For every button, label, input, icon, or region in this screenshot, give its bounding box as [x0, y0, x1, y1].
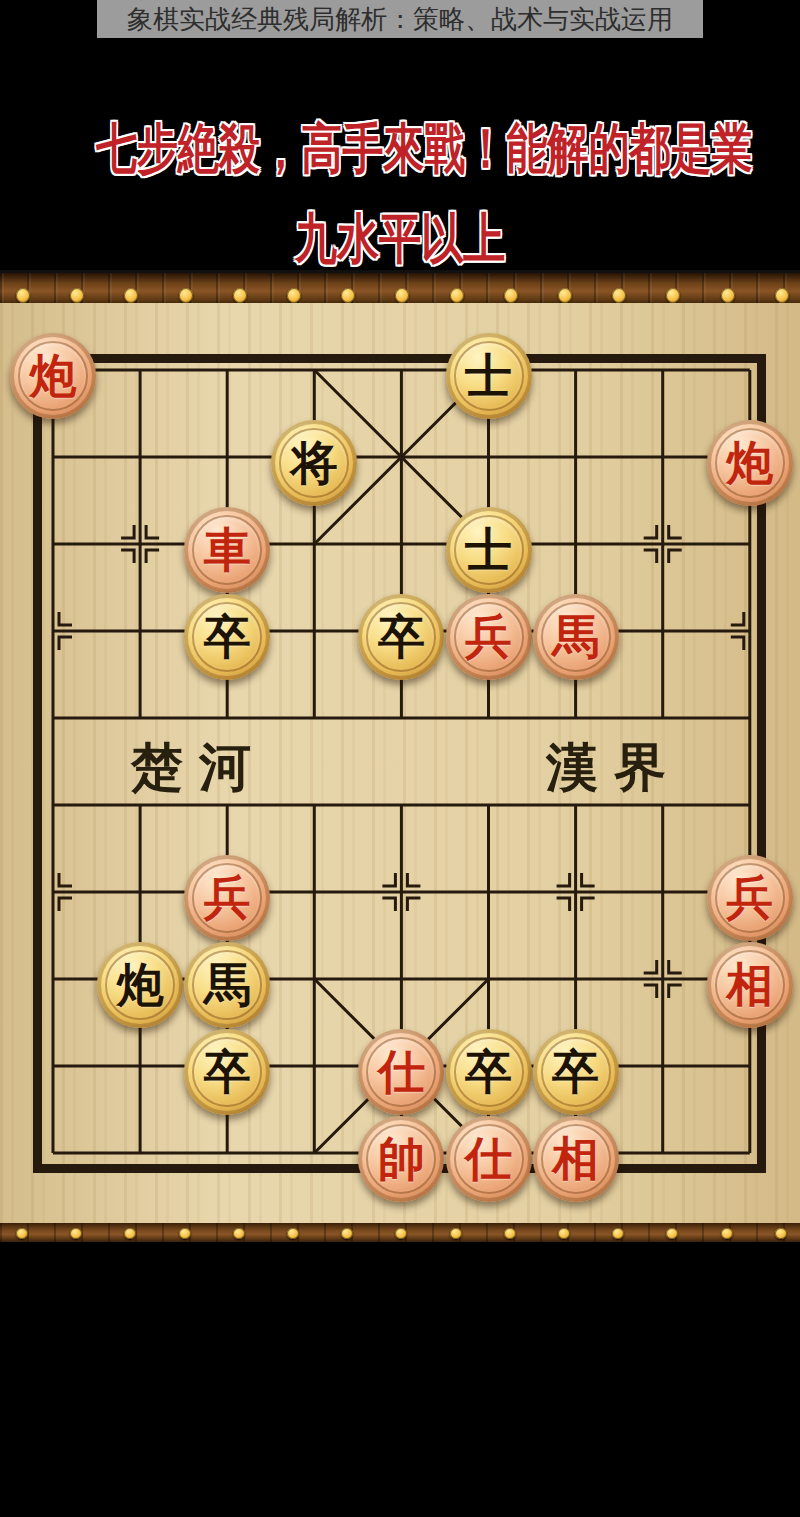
black-advisor-piece[interactable]: 士: [446, 333, 532, 419]
red-cannon-piece[interactable]: 炮: [10, 333, 96, 419]
red-advisor-piece[interactable]: 仕: [446, 1116, 532, 1202]
piece-character: 卒: [465, 1029, 512, 1115]
frame-stud: [395, 288, 409, 303]
frame-stud: [666, 288, 680, 303]
frame-stud: [233, 288, 247, 303]
piece-character: 帥: [378, 1116, 425, 1202]
piece-character: 卒: [378, 594, 425, 680]
piece-character: 士: [465, 333, 512, 419]
frame-stud: [666, 1228, 678, 1239]
piece-character: 車: [204, 507, 251, 593]
promo-headline-line1: 七步絶殺，高手來戰！能解的都是業: [96, 118, 704, 178]
frame-stud: [341, 288, 355, 303]
piece-character: 士: [465, 507, 512, 593]
piece-character: 将: [291, 420, 338, 506]
piece-character: 炮: [30, 333, 77, 419]
black-pawn-piece[interactable]: 卒: [184, 594, 270, 680]
black-advisor-piece[interactable]: 士: [446, 507, 532, 593]
frame-stud: [341, 1228, 353, 1239]
frame-stud: [124, 288, 138, 303]
bottom-frame-bar: [0, 1223, 800, 1242]
frame-stud: [721, 288, 735, 303]
frame-stud: [450, 1228, 462, 1239]
piece-character: 卒: [204, 1029, 251, 1115]
frame-stud: [287, 1228, 299, 1239]
piece-character: 兵: [204, 855, 251, 941]
frame-stud: [124, 1228, 136, 1239]
frame-stud: [70, 288, 84, 303]
frame-stud: [70, 1228, 82, 1239]
frame-stud: [233, 1228, 245, 1239]
piece-character: 仕: [378, 1029, 425, 1115]
black-general-piece[interactable]: 将: [271, 420, 357, 506]
frame-stud: [558, 1228, 570, 1239]
page-title: 象棋实战经典残局解析：策略、战术与实战运用: [127, 2, 673, 37]
piece-character: 兵: [726, 855, 773, 941]
piece-character: 兵: [465, 594, 512, 680]
piece-character: 仕: [465, 1116, 512, 1202]
red-pawn-piece[interactable]: 兵: [184, 855, 270, 941]
red-elephant-piece[interactable]: 相: [533, 1116, 619, 1202]
piece-character: 炮: [117, 942, 164, 1028]
frame-stud: [558, 288, 572, 303]
black-cannon-piece[interactable]: 炮: [97, 942, 183, 1028]
black-pawn-piece[interactable]: 卒: [358, 594, 444, 680]
frame-stud: [16, 1228, 28, 1239]
frame-stud: [775, 288, 789, 303]
piece-character: 卒: [552, 1029, 599, 1115]
red-advisor-piece[interactable]: 仕: [358, 1029, 444, 1115]
red-horse-piece[interactable]: 馬: [533, 594, 619, 680]
screenshot-root: 象棋实战经典残局解析：策略、战术与实战运用 七步絶殺，高手來戰！能解的都是業 九…: [0, 0, 800, 1517]
frame-stud: [504, 1228, 516, 1239]
frame-stud: [721, 1228, 733, 1239]
red-chariot-piece[interactable]: 車: [184, 507, 270, 593]
frame-stud: [16, 288, 30, 303]
frame-stud: [179, 288, 193, 303]
piece-character: 馬: [552, 594, 599, 680]
piece-character: 卒: [204, 594, 251, 680]
piece-character: 馬: [204, 942, 251, 1028]
frame-stud: [775, 1228, 787, 1239]
piece-character: 相: [726, 942, 773, 1028]
red-general-piece[interactable]: 帥: [358, 1116, 444, 1202]
frame-stud: [287, 288, 301, 303]
red-pawn-piece[interactable]: 兵: [446, 594, 532, 680]
black-pawn-piece[interactable]: 卒: [533, 1029, 619, 1115]
frame-stud: [612, 1228, 624, 1239]
red-pawn-piece[interactable]: 兵: [707, 855, 793, 941]
frame-stud: [179, 1228, 191, 1239]
black-pawn-piece[interactable]: 卒: [446, 1029, 532, 1115]
black-pawn-piece[interactable]: 卒: [184, 1029, 270, 1115]
red-elephant-piece[interactable]: 相: [707, 942, 793, 1028]
frame-stud: [504, 288, 518, 303]
frame-stud: [395, 1228, 407, 1239]
frame-stud: [612, 288, 626, 303]
frame-stud: [450, 288, 464, 303]
black-horse-piece[interactable]: 馬: [184, 942, 270, 1028]
red-cannon-piece[interactable]: 炮: [707, 420, 793, 506]
xiangqi-board[interactable]: 炮士将炮車士卒卒兵馬兵兵炮馬相卒仕卒卒帥仕相: [10, 327, 794, 1197]
piece-character: 炮: [726, 420, 773, 506]
promo-headline-line2: 九水平以上: [88, 208, 712, 268]
top-frame-bar: [0, 270, 800, 306]
piece-character: 相: [552, 1116, 599, 1202]
title-bar: 象棋实战经典残局解析：策略、战术与实战运用: [97, 0, 703, 38]
